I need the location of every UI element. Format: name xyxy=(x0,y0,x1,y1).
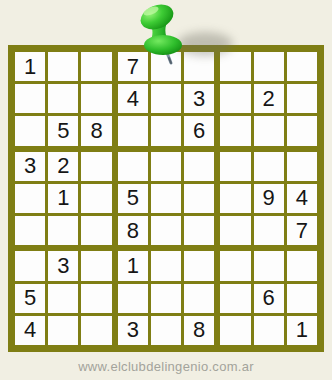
cell-r7c1[interactable] xyxy=(15,251,45,280)
cell-r7c8[interactable] xyxy=(254,251,284,280)
cell-r5c8: 9 xyxy=(254,184,284,213)
cell-r4c9[interactable] xyxy=(287,152,317,181)
cell-r5c5[interactable] xyxy=(151,184,181,213)
box-3: 2 xyxy=(220,52,317,146)
cell-r2c4: 4 xyxy=(118,84,148,113)
cell-r3c7[interactable] xyxy=(220,116,250,145)
cell-r4c8[interactable] xyxy=(254,152,284,181)
cell-r4c2: 2 xyxy=(48,152,78,181)
cell-r1c5[interactable] xyxy=(151,52,181,81)
cell-r5c3[interactable] xyxy=(81,184,111,213)
cell-r3c8[interactable] xyxy=(254,116,284,145)
cell-r8c4[interactable] xyxy=(118,284,148,313)
cell-r5c7[interactable] xyxy=(220,184,250,213)
cell-r7c6[interactable] xyxy=(184,251,214,280)
cell-r7c2: 3 xyxy=(48,251,78,280)
cell-r5c6[interactable] xyxy=(184,184,214,213)
cell-r7c4: 1 xyxy=(118,251,148,280)
cell-r1c6[interactable] xyxy=(184,52,214,81)
cell-r7c5[interactable] xyxy=(151,251,181,280)
cell-r1c7[interactable] xyxy=(220,52,250,81)
cell-r3c6: 6 xyxy=(184,116,214,145)
cell-r9c3[interactable] xyxy=(81,316,111,345)
cell-r9c8[interactable] xyxy=(254,316,284,345)
cell-r9c2[interactable] xyxy=(48,316,78,345)
cell-r2c1[interactable] xyxy=(15,84,45,113)
cell-r4c6[interactable] xyxy=(184,152,214,181)
cell-r3c3: 8 xyxy=(81,116,111,145)
cell-r8c1: 5 xyxy=(15,284,45,313)
cell-r9c5[interactable] xyxy=(151,316,181,345)
cell-r9c9: 1 xyxy=(287,316,317,345)
cell-r4c1: 3 xyxy=(15,152,45,181)
cell-r4c4[interactable] xyxy=(118,152,148,181)
cell-r1c3[interactable] xyxy=(81,52,111,81)
box-8: 138 xyxy=(118,251,215,345)
box-4: 321 xyxy=(15,152,112,246)
box-2: 7436 xyxy=(118,52,215,146)
cell-r6c9: 7 xyxy=(287,216,317,245)
cell-r2c6: 3 xyxy=(184,84,214,113)
box-1: 158 xyxy=(15,52,112,146)
box-5: 58 xyxy=(118,152,215,246)
cell-r1c8[interactable] xyxy=(254,52,284,81)
cell-r5c4: 5 xyxy=(118,184,148,213)
cell-r6c4: 8 xyxy=(118,216,148,245)
website-url: www.elclubdelingenio.com.ar xyxy=(0,359,332,374)
cell-r7c7[interactable] xyxy=(220,251,250,280)
cell-r9c4: 3 xyxy=(118,316,148,345)
box-6: 947 xyxy=(220,152,317,246)
cell-r6c3[interactable] xyxy=(81,216,111,245)
cell-r8c8: 6 xyxy=(254,284,284,313)
cell-r5c9: 4 xyxy=(287,184,317,213)
cell-r6c2[interactable] xyxy=(48,216,78,245)
cell-r1c2[interactable] xyxy=(48,52,78,81)
cell-r5c2: 1 xyxy=(48,184,78,213)
box-7: 354 xyxy=(15,251,112,345)
cell-r6c5[interactable] xyxy=(151,216,181,245)
cell-r1c4: 7 xyxy=(118,52,148,81)
cell-r5c1[interactable] xyxy=(15,184,45,213)
cell-r8c6[interactable] xyxy=(184,284,214,313)
cell-r8c7[interactable] xyxy=(220,284,250,313)
cell-r2c5[interactable] xyxy=(151,84,181,113)
cell-r7c9[interactable] xyxy=(287,251,317,280)
cell-r1c9[interactable] xyxy=(287,52,317,81)
cell-r6c6[interactable] xyxy=(184,216,214,245)
cell-r2c3[interactable] xyxy=(81,84,111,113)
cell-r8c9[interactable] xyxy=(287,284,317,313)
cell-r6c7[interactable] xyxy=(220,216,250,245)
cell-r8c5[interactable] xyxy=(151,284,181,313)
cell-r3c5[interactable] xyxy=(151,116,181,145)
cell-r4c7[interactable] xyxy=(220,152,250,181)
cell-r8c3[interactable] xyxy=(81,284,111,313)
cell-r2c7[interactable] xyxy=(220,84,250,113)
cell-r7c3[interactable] xyxy=(81,251,111,280)
cell-r3c4[interactable] xyxy=(118,116,148,145)
cell-r4c3[interactable] xyxy=(81,152,111,181)
cell-r9c6: 8 xyxy=(184,316,214,345)
cell-r2c2[interactable] xyxy=(48,84,78,113)
sudoku-board: 158743623215894735413861 xyxy=(8,45,324,352)
cell-r8c2[interactable] xyxy=(48,284,78,313)
cell-r6c8[interactable] xyxy=(254,216,284,245)
cell-r3c1[interactable] xyxy=(15,116,45,145)
cell-r4c5[interactable] xyxy=(151,152,181,181)
box-9: 61 xyxy=(220,251,317,345)
cell-r2c8: 2 xyxy=(254,84,284,113)
cell-r2c9[interactable] xyxy=(287,84,317,113)
cell-r9c1: 4 xyxy=(15,316,45,345)
cell-r3c9[interactable] xyxy=(287,116,317,145)
cell-r9c7[interactable] xyxy=(220,316,250,345)
cell-r6c1[interactable] xyxy=(15,216,45,245)
cell-r3c2: 5 xyxy=(48,116,78,145)
cell-r1c1: 1 xyxy=(15,52,45,81)
